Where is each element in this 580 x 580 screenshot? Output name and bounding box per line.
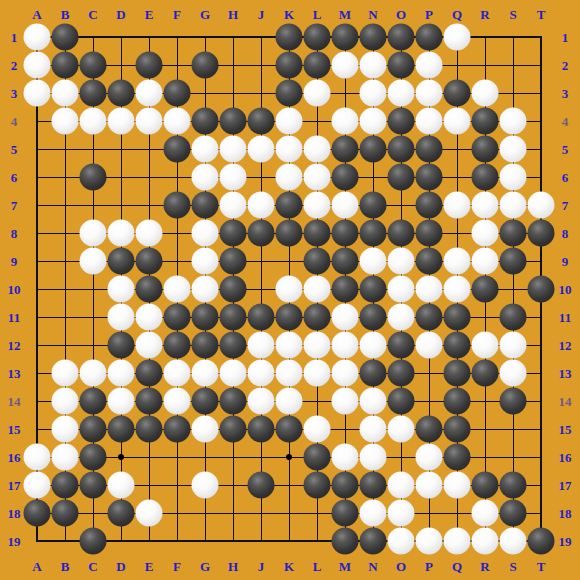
white-stone-D8 <box>108 220 135 247</box>
coord-label-right-8: 8 <box>562 227 569 240</box>
white-stone-L6 <box>304 164 331 191</box>
white-stone-D11 <box>108 304 135 331</box>
black-stone-L11 <box>304 304 331 331</box>
white-stone-A17 <box>24 472 51 499</box>
black-stone-K2 <box>276 52 303 79</box>
coord-label-right-3: 3 <box>562 87 569 100</box>
white-stone-M14 <box>332 388 359 415</box>
coord-label-bottom-F: F <box>173 560 181 573</box>
black-stone-E13 <box>136 360 163 387</box>
white-stone-R7 <box>472 192 499 219</box>
white-stone-J7 <box>248 192 275 219</box>
white-stone-L10 <box>304 276 331 303</box>
coord-label-left-11: 11 <box>8 311 20 324</box>
black-stone-F5 <box>164 136 191 163</box>
white-stone-Q17 <box>444 472 471 499</box>
white-stone-N4 <box>360 108 387 135</box>
black-stone-L8 <box>304 220 331 247</box>
white-stone-K12 <box>276 332 303 359</box>
white-stone-D14 <box>108 388 135 415</box>
white-stone-L3 <box>304 80 331 107</box>
white-stone-L13 <box>304 360 331 387</box>
black-stone-O12 <box>388 332 415 359</box>
black-stone-Q3 <box>444 80 471 107</box>
black-stone-B18 <box>52 500 79 527</box>
coord-label-bottom-G: G <box>200 560 210 573</box>
white-stone-G9 <box>192 248 219 275</box>
black-stone-L17 <box>304 472 331 499</box>
coord-label-bottom-S: S <box>509 560 516 573</box>
black-stone-E10 <box>136 276 163 303</box>
black-stone-G7 <box>192 192 219 219</box>
white-stone-R19 <box>472 528 499 555</box>
white-stone-B3 <box>52 80 79 107</box>
black-stone-N8 <box>360 220 387 247</box>
white-stone-K4 <box>276 108 303 135</box>
black-stone-B1 <box>52 24 79 51</box>
black-stone-S9 <box>500 248 527 275</box>
white-stone-N2 <box>360 52 387 79</box>
black-stone-B17 <box>52 472 79 499</box>
white-stone-H13 <box>220 360 247 387</box>
white-stone-G5 <box>192 136 219 163</box>
white-stone-K13 <box>276 360 303 387</box>
coord-label-left-12: 12 <box>8 339 21 352</box>
white-stone-P12 <box>416 332 443 359</box>
coord-label-top-J: J <box>258 8 265 21</box>
coord-label-top-M: M <box>339 8 351 21</box>
white-stone-J14 <box>248 388 275 415</box>
white-stone-S13 <box>500 360 527 387</box>
black-stone-Q16 <box>444 444 471 471</box>
black-stone-E15 <box>136 416 163 443</box>
coord-label-right-2: 2 <box>562 59 569 72</box>
white-stone-C9 <box>80 248 107 275</box>
black-stone-Q13 <box>444 360 471 387</box>
black-stone-L2 <box>304 52 331 79</box>
coord-label-left-6: 6 <box>11 171 18 184</box>
go-board[interactable]: AABBCCDDEEFFGGHHJJKKLLMMNNOOPPQQRRSSTT11… <box>0 0 580 580</box>
white-stone-L5 <box>304 136 331 163</box>
white-stone-S5 <box>500 136 527 163</box>
black-stone-J8 <box>248 220 275 247</box>
coord-label-right-16: 16 <box>559 451 572 464</box>
black-stone-D18 <box>108 500 135 527</box>
black-stone-S8 <box>500 220 527 247</box>
black-stone-G4 <box>192 108 219 135</box>
black-stone-M1 <box>332 24 359 51</box>
coord-label-right-19: 19 <box>559 535 572 548</box>
coord-label-left-5: 5 <box>11 143 18 156</box>
black-stone-J17 <box>248 472 275 499</box>
black-stone-C6 <box>80 164 107 191</box>
coord-label-left-16: 16 <box>8 451 21 464</box>
white-stone-F13 <box>164 360 191 387</box>
white-stone-R18 <box>472 500 499 527</box>
white-stone-A1 <box>24 24 51 51</box>
white-stone-B14 <box>52 388 79 415</box>
coord-label-right-13: 13 <box>559 367 572 380</box>
white-stone-T7 <box>528 192 555 219</box>
black-stone-N10 <box>360 276 387 303</box>
black-stone-H15 <box>220 416 247 443</box>
black-stone-M19 <box>332 528 359 555</box>
white-stone-O11 <box>388 304 415 331</box>
white-stone-E4 <box>136 108 163 135</box>
black-stone-D3 <box>108 80 135 107</box>
black-stone-C3 <box>80 80 107 107</box>
coord-label-bottom-L: L <box>313 560 322 573</box>
coord-label-bottom-R: R <box>480 560 489 573</box>
coord-label-bottom-D: D <box>116 560 125 573</box>
coord-label-bottom-K: K <box>284 560 294 573</box>
white-stone-F14 <box>164 388 191 415</box>
black-stone-P8 <box>416 220 443 247</box>
white-stone-O17 <box>388 472 415 499</box>
black-stone-Q12 <box>444 332 471 359</box>
coord-label-top-H: H <box>228 8 238 21</box>
black-stone-G12 <box>192 332 219 359</box>
black-stone-P9 <box>416 248 443 275</box>
white-stone-O10 <box>388 276 415 303</box>
black-stone-F15 <box>164 416 191 443</box>
black-stone-G14 <box>192 388 219 415</box>
black-stone-C16 <box>80 444 107 471</box>
coord-label-right-1: 1 <box>562 31 569 44</box>
coord-label-right-11: 11 <box>559 311 571 324</box>
coord-label-left-14: 14 <box>8 395 21 408</box>
white-stone-Q9 <box>444 248 471 275</box>
black-stone-M9 <box>332 248 359 275</box>
coord-label-left-13: 13 <box>8 367 21 380</box>
black-stone-Q14 <box>444 388 471 415</box>
black-stone-D15 <box>108 416 135 443</box>
black-stone-O5 <box>388 136 415 163</box>
white-stone-R8 <box>472 220 499 247</box>
black-stone-S17 <box>500 472 527 499</box>
white-stone-N9 <box>360 248 387 275</box>
white-stone-B4 <box>52 108 79 135</box>
black-stone-M18 <box>332 500 359 527</box>
black-stone-P11 <box>416 304 443 331</box>
black-stone-O4 <box>388 108 415 135</box>
black-stone-E2 <box>136 52 163 79</box>
black-stone-N1 <box>360 24 387 51</box>
white-stone-H5 <box>220 136 247 163</box>
black-stone-F11 <box>164 304 191 331</box>
coord-label-top-E: E <box>145 8 154 21</box>
white-stone-R9 <box>472 248 499 275</box>
coord-label-right-9: 9 <box>562 255 569 268</box>
black-stone-N17 <box>360 472 387 499</box>
coord-label-left-4: 4 <box>11 115 18 128</box>
coord-label-bottom-H: H <box>228 560 238 573</box>
white-stone-Q1 <box>444 24 471 51</box>
white-stone-O15 <box>388 416 415 443</box>
white-stone-R12 <box>472 332 499 359</box>
black-stone-P1 <box>416 24 443 51</box>
white-stone-D17 <box>108 472 135 499</box>
black-stone-M10 <box>332 276 359 303</box>
white-stone-Q10 <box>444 276 471 303</box>
white-stone-B16 <box>52 444 79 471</box>
white-stone-A3 <box>24 80 51 107</box>
coord-label-left-17: 17 <box>8 479 21 492</box>
black-stone-N11 <box>360 304 387 331</box>
coord-label-top-L: L <box>313 8 322 21</box>
black-stone-H9 <box>220 248 247 275</box>
white-stone-K10 <box>276 276 303 303</box>
white-stone-E18 <box>136 500 163 527</box>
black-stone-D9 <box>108 248 135 275</box>
coord-label-bottom-Q: Q <box>452 560 462 573</box>
white-stone-M13 <box>332 360 359 387</box>
white-stone-P19 <box>416 528 443 555</box>
black-stone-O13 <box>388 360 415 387</box>
white-stone-M16 <box>332 444 359 471</box>
white-stone-P4 <box>416 108 443 135</box>
black-stone-D12 <box>108 332 135 359</box>
coord-label-bottom-P: P <box>425 560 433 573</box>
black-stone-O2 <box>388 52 415 79</box>
white-stone-E8 <box>136 220 163 247</box>
white-stone-G6 <box>192 164 219 191</box>
white-stone-C8 <box>80 220 107 247</box>
coord-label-left-10: 10 <box>8 283 21 296</box>
black-stone-P6 <box>416 164 443 191</box>
black-stone-G2 <box>192 52 219 79</box>
black-stone-F7 <box>164 192 191 219</box>
white-stone-L7 <box>304 192 331 219</box>
coord-label-bottom-O: O <box>396 560 406 573</box>
white-stone-J12 <box>248 332 275 359</box>
white-stone-O19 <box>388 528 415 555</box>
coord-label-left-9: 9 <box>11 255 18 268</box>
white-stone-G8 <box>192 220 219 247</box>
black-stone-L9 <box>304 248 331 275</box>
black-stone-S14 <box>500 388 527 415</box>
black-stone-P15 <box>416 416 443 443</box>
coord-label-bottom-N: N <box>368 560 377 573</box>
black-stone-Q15 <box>444 416 471 443</box>
black-stone-R6 <box>472 164 499 191</box>
coord-label-top-D: D <box>116 8 125 21</box>
coord-label-top-T: T <box>537 8 546 21</box>
coord-label-right-18: 18 <box>559 507 572 520</box>
white-stone-P3 <box>416 80 443 107</box>
coord-label-left-19: 19 <box>8 535 21 548</box>
coord-label-top-K: K <box>284 8 294 21</box>
white-stone-K14 <box>276 388 303 415</box>
star-point-K16 <box>286 454 292 460</box>
black-stone-G11 <box>192 304 219 331</box>
coord-label-top-A: A <box>32 8 41 21</box>
black-stone-C2 <box>80 52 107 79</box>
white-stone-H7 <box>220 192 247 219</box>
black-stone-H11 <box>220 304 247 331</box>
white-stone-K6 <box>276 164 303 191</box>
black-stone-C17 <box>80 472 107 499</box>
coord-label-bottom-T: T <box>537 560 546 573</box>
coord-label-top-P: P <box>425 8 433 21</box>
black-stone-S11 <box>500 304 527 331</box>
black-stone-J11 <box>248 304 275 331</box>
white-stone-G13 <box>192 360 219 387</box>
white-stone-G17 <box>192 472 219 499</box>
black-stone-N5 <box>360 136 387 163</box>
black-stone-H10 <box>220 276 247 303</box>
white-stone-N15 <box>360 416 387 443</box>
white-stone-D4 <box>108 108 135 135</box>
white-stone-K5 <box>276 136 303 163</box>
white-stone-M7 <box>332 192 359 219</box>
white-stone-M2 <box>332 52 359 79</box>
black-stone-F12 <box>164 332 191 359</box>
white-stone-Q19 <box>444 528 471 555</box>
white-stone-N14 <box>360 388 387 415</box>
black-stone-K15 <box>276 416 303 443</box>
black-stone-E14 <box>136 388 163 415</box>
white-stone-R3 <box>472 80 499 107</box>
black-stone-O6 <box>388 164 415 191</box>
white-stone-P2 <box>416 52 443 79</box>
black-stone-R4 <box>472 108 499 135</box>
black-stone-K3 <box>276 80 303 107</box>
coord-label-right-4: 4 <box>562 115 569 128</box>
black-stone-C19 <box>80 528 107 555</box>
white-stone-P10 <box>416 276 443 303</box>
white-stone-M11 <box>332 304 359 331</box>
black-stone-H8 <box>220 220 247 247</box>
black-stone-R5 <box>472 136 499 163</box>
white-stone-E3 <box>136 80 163 107</box>
coord-label-bottom-B: B <box>61 560 70 573</box>
white-stone-O3 <box>388 80 415 107</box>
black-stone-C14 <box>80 388 107 415</box>
black-stone-T10 <box>528 276 555 303</box>
star-point-D16 <box>118 454 124 460</box>
coord-label-bottom-A: A <box>32 560 41 573</box>
white-stone-G10 <box>192 276 219 303</box>
white-stone-P17 <box>416 472 443 499</box>
coord-label-top-B: B <box>61 8 70 21</box>
white-stone-S4 <box>500 108 527 135</box>
black-stone-T19 <box>528 528 555 555</box>
black-stone-M17 <box>332 472 359 499</box>
white-stone-O18 <box>388 500 415 527</box>
white-stone-P16 <box>416 444 443 471</box>
coord-label-top-G: G <box>200 8 210 21</box>
white-stone-S12 <box>500 332 527 359</box>
white-stone-Q7 <box>444 192 471 219</box>
black-stone-R10 <box>472 276 499 303</box>
white-stone-N18 <box>360 500 387 527</box>
coord-label-top-F: F <box>173 8 181 21</box>
white-stone-F10 <box>164 276 191 303</box>
white-stone-E11 <box>136 304 163 331</box>
black-stone-K11 <box>276 304 303 331</box>
white-stone-H6 <box>220 164 247 191</box>
black-stone-P5 <box>416 136 443 163</box>
black-stone-M6 <box>332 164 359 191</box>
black-stone-N7 <box>360 192 387 219</box>
white-stone-S19 <box>500 528 527 555</box>
black-stone-R13 <box>472 360 499 387</box>
white-stone-C4 <box>80 108 107 135</box>
black-stone-A18 <box>24 500 51 527</box>
white-stone-N16 <box>360 444 387 471</box>
black-stone-M5 <box>332 136 359 163</box>
coord-label-bottom-M: M <box>339 560 351 573</box>
white-stone-D13 <box>108 360 135 387</box>
coord-label-right-5: 5 <box>562 143 569 156</box>
black-stone-K1 <box>276 24 303 51</box>
coord-label-bottom-E: E <box>145 560 154 573</box>
black-stone-F3 <box>164 80 191 107</box>
black-stone-J4 <box>248 108 275 135</box>
black-stone-H4 <box>220 108 247 135</box>
coord-label-bottom-C: C <box>88 560 97 573</box>
white-stone-N3 <box>360 80 387 107</box>
black-stone-H14 <box>220 388 247 415</box>
black-stone-P7 <box>416 192 443 219</box>
white-stone-C13 <box>80 360 107 387</box>
coord-label-right-12: 12 <box>559 339 572 352</box>
black-stone-K8 <box>276 220 303 247</box>
black-stone-N13 <box>360 360 387 387</box>
coord-label-left-1: 1 <box>11 31 18 44</box>
white-stone-N12 <box>360 332 387 359</box>
white-stone-Q4 <box>444 108 471 135</box>
black-stone-N19 <box>360 528 387 555</box>
coord-label-left-18: 18 <box>8 507 21 520</box>
coord-label-left-15: 15 <box>8 423 21 436</box>
black-stone-L16 <box>304 444 331 471</box>
coord-label-right-14: 14 <box>559 395 572 408</box>
white-stone-A2 <box>24 52 51 79</box>
black-stone-C15 <box>80 416 107 443</box>
white-stone-J13 <box>248 360 275 387</box>
coord-label-right-7: 7 <box>562 199 569 212</box>
black-stone-R17 <box>472 472 499 499</box>
white-stone-O9 <box>388 248 415 275</box>
white-stone-D10 <box>108 276 135 303</box>
white-stone-L15 <box>304 416 331 443</box>
black-stone-J15 <box>248 416 275 443</box>
coord-label-top-R: R <box>480 8 489 21</box>
white-stone-M4 <box>332 108 359 135</box>
black-stone-E9 <box>136 248 163 275</box>
coord-label-top-N: N <box>368 8 377 21</box>
coord-label-right-10: 10 <box>559 283 572 296</box>
white-stone-E12 <box>136 332 163 359</box>
black-stone-L1 <box>304 24 331 51</box>
coord-label-right-17: 17 <box>559 479 572 492</box>
black-stone-O8 <box>388 220 415 247</box>
white-stone-B13 <box>52 360 79 387</box>
white-stone-A16 <box>24 444 51 471</box>
coord-label-top-S: S <box>509 8 516 21</box>
white-stone-J5 <box>248 136 275 163</box>
coord-label-left-7: 7 <box>11 199 18 212</box>
coord-label-left-2: 2 <box>11 59 18 72</box>
black-stone-T8 <box>528 220 555 247</box>
coord-label-top-O: O <box>396 8 406 21</box>
white-stone-M12 <box>332 332 359 359</box>
black-stone-Q11 <box>444 304 471 331</box>
white-stone-B15 <box>52 416 79 443</box>
black-stone-H12 <box>220 332 247 359</box>
